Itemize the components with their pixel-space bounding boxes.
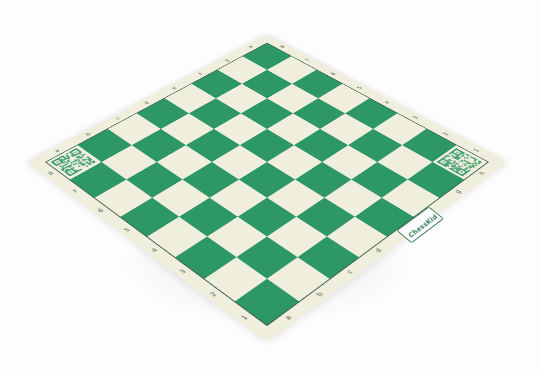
file-label-f-top: f [197,72,203,76]
file-label-b-bottom: b [315,291,325,298]
file-label-g-bottom: g [453,189,462,195]
rank-label-7-left: 7 [67,187,83,197]
file-label-c-top: c [114,116,122,121]
file-label-d-bottom: d [374,247,384,254]
qr-king-emblem: ♔ [448,155,472,170]
rank-label-6-left: 6 [93,205,109,215]
file-label-c-bottom: c [345,269,355,276]
rank-label-5-left: 5 [119,225,135,236]
file-label-a-bottom: a [283,314,293,322]
rank-label-8-left: 8 [43,169,59,178]
product-photo-scene: ♔♔ ChessKid aabbccddeeffgghh887766554433… [0,0,540,370]
file-label-h-bottom: h [478,171,487,177]
rank-label-4-left: 4 [146,245,163,256]
